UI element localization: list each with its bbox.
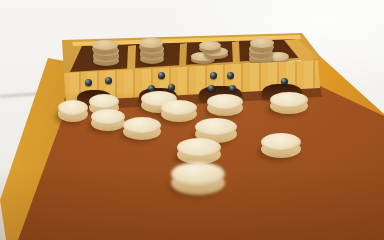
nail-icon [158, 72, 165, 79]
sjoelbak-photo [0, 0, 384, 240]
disc[interactable] [207, 94, 243, 116]
disc-side [249, 54, 273, 64]
disc-side [207, 100, 243, 116]
gate-opening-3[interactable] [199, 86, 242, 101]
disc-side [139, 42, 163, 52]
disc[interactable] [250, 38, 274, 52]
disc-side [93, 56, 119, 66]
disc[interactable] [171, 162, 225, 195]
disc-top [204, 47, 228, 56]
nails-layer [0, 0, 384, 240]
disc[interactable] [93, 46, 119, 60]
nail-icon [281, 78, 288, 85]
gate-opening-2[interactable] [139, 88, 177, 103]
disc[interactable] [89, 94, 119, 115]
disc[interactable] [92, 40, 118, 54]
disc-side [123, 123, 161, 140]
disc-top [123, 117, 161, 134]
disc[interactable] [261, 133, 301, 158]
nail-icon [148, 85, 155, 92]
box-divider-3 [0, 0, 384, 240]
disc[interactable] [123, 117, 161, 140]
disc[interactable] [140, 44, 164, 58]
disc-side [140, 54, 164, 64]
wall-seam [0, 91, 56, 98]
disc-side [91, 115, 125, 131]
disc-top [92, 40, 118, 50]
gate-openings-layer [0, 0, 384, 240]
disc-side [270, 98, 308, 114]
disc-side [89, 100, 119, 115]
disc[interactable] [249, 44, 273, 58]
disc-top [93, 52, 119, 62]
disc[interactable] [270, 92, 308, 114]
disc-side [92, 44, 118, 54]
nail-icon [227, 72, 234, 79]
disc-side [177, 145, 221, 164]
disc[interactable] [58, 100, 88, 122]
disc-top [139, 38, 163, 48]
disc-top [249, 50, 273, 60]
nail-icon [85, 79, 92, 86]
disc-top [89, 94, 119, 109]
disc[interactable] [267, 52, 289, 64]
disc[interactable] [204, 47, 228, 59]
disc[interactable] [161, 100, 197, 122]
disc-top [93, 46, 119, 56]
disc-top [171, 162, 225, 186]
disc-side [267, 55, 289, 64]
gate-opening-1[interactable] [77, 90, 112, 106]
disc-top [250, 38, 274, 48]
scoring-box-back-rim [0, 0, 384, 240]
disc-top [199, 41, 221, 50]
disc-top [58, 100, 88, 116]
disc-top [91, 109, 125, 125]
disc[interactable] [199, 41, 221, 53]
disc-side [199, 44, 221, 53]
disc-top [267, 52, 289, 61]
scoring-box-right-wall [0, 0, 384, 240]
background-wall [0, 0, 384, 240]
box-divider-1 [0, 0, 384, 240]
disc[interactable] [249, 50, 273, 64]
disc-side [195, 125, 237, 143]
nail-icon [168, 84, 175, 91]
disc-side [191, 55, 215, 64]
disc[interactable] [191, 52, 215, 64]
disc[interactable] [91, 109, 125, 131]
disc-side [250, 42, 274, 52]
scoring-box [0, 0, 384, 240]
disc[interactable] [140, 50, 164, 64]
gate-opening-4[interactable] [262, 84, 302, 99]
disc-top [141, 91, 177, 107]
disc-top [207, 94, 243, 110]
scoring-box-frame [0, 0, 384, 240]
foreground-vignette [0, 0, 384, 240]
disc-side [93, 50, 119, 60]
surface-discs-layer [0, 0, 384, 240]
nail-icon [229, 85, 236, 92]
disc-side [204, 50, 228, 59]
nail-icon [105, 77, 112, 84]
disc-side [141, 97, 177, 113]
disc-side [161, 106, 197, 122]
disc-top [261, 133, 301, 151]
disc-side [171, 171, 225, 195]
right-rail [0, 0, 384, 240]
disc[interactable] [141, 91, 177, 113]
disc-side [249, 48, 273, 58]
nail-icon [208, 85, 215, 92]
gate-bar-shadow [0, 0, 384, 240]
box-divider-2 [0, 0, 384, 240]
left-rail [0, 0, 384, 240]
disc-top [249, 44, 273, 54]
scoring-box-interior [0, 0, 384, 240]
lane-surface[interactable] [0, 0, 384, 240]
disc-side [261, 140, 301, 158]
disc[interactable] [93, 52, 119, 66]
disc-top [140, 44, 164, 54]
nail-icon [210, 72, 217, 79]
disc-top [191, 52, 215, 61]
disc-top [177, 138, 221, 157]
disc-top [140, 50, 164, 60]
disc[interactable] [139, 38, 163, 52]
disc[interactable] [195, 118, 237, 143]
disc-side [58, 106, 88, 122]
disc-top [161, 100, 197, 116]
disc-top [195, 118, 237, 136]
disc-side [140, 48, 164, 58]
disc-top [270, 92, 308, 108]
gate-bar [0, 0, 384, 240]
disc[interactable] [177, 138, 221, 164]
box-discs-layer [0, 0, 384, 240]
